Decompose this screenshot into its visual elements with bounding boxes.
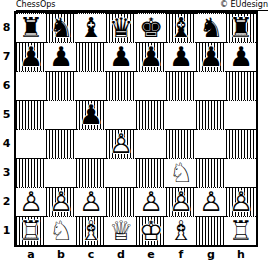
header: ChessOps © EUdesign [16,0,268,11]
file-label-c: c [76,248,106,262]
file-label-h: h [226,248,256,262]
square-g3[interactable] [196,158,226,187]
square-a6[interactable] [16,71,46,100]
square-c4[interactable] [76,129,106,158]
rank-label-2: 2 [0,187,13,216]
square-a2[interactable]: ♟♙ [16,187,46,216]
white-pawn[interactable]: ♙ [16,187,46,216]
black-pawn[interactable]: ♟ [226,42,256,71]
rank-label-5: 5 [0,100,13,129]
white-rook[interactable]: ♖ [16,216,46,245]
square-a5[interactable] [16,100,46,129]
square-c1[interactable]: ♝♗ [76,216,106,245]
white-pawn[interactable]: ♙ [106,129,136,158]
square-e3[interactable] [136,158,166,187]
square-b1[interactable]: ♞♘ [46,216,76,245]
square-g6[interactable] [196,71,226,100]
black-pawn[interactable]: ♟ [46,42,76,71]
square-g5[interactable] [196,100,226,129]
square-d2[interactable] [106,187,136,216]
square-h5[interactable] [226,100,256,129]
square-d7[interactable]: ♟ [106,42,136,71]
rank-label-4: 4 [0,129,13,158]
black-rook[interactable]: ♜ [226,13,256,42]
square-f1[interactable]: ♝♗ [166,216,196,245]
square-d4[interactable]: ♟♙ [106,129,136,158]
file-label-e: e [136,248,166,262]
black-pawn[interactable]: ♟ [166,42,196,71]
square-g4[interactable] [196,129,226,158]
white-king[interactable]: ♔ [136,216,166,245]
white-pawn[interactable]: ♙ [166,187,196,216]
black-pawn[interactable]: ♟ [106,42,136,71]
square-g7[interactable]: ♟ [196,42,226,71]
square-d1[interactable]: ♛♕ [106,216,136,245]
square-g1[interactable] [196,216,226,245]
square-a3[interactable] [16,158,46,187]
black-bishop[interactable]: ♝ [76,13,106,42]
square-f2[interactable]: ♟♙ [166,187,196,216]
square-c2[interactable]: ♟♙ [76,187,106,216]
file-label-b: b [46,248,76,262]
square-h4[interactable] [226,129,256,158]
square-b2[interactable]: ♟♙ [46,187,76,216]
square-h2[interactable]: ♟♙ [226,187,256,216]
square-g8[interactable]: ♞ [196,13,226,42]
square-c5[interactable]: ♟ [76,100,106,129]
square-e2[interactable]: ♟♙ [136,187,166,216]
white-knight[interactable]: ♘ [46,216,76,245]
square-a7[interactable]: ♟ [16,42,46,71]
white-pawn[interactable]: ♙ [226,187,256,216]
square-a8[interactable]: ♜ [16,13,46,42]
rank-label-3: 3 [0,158,13,187]
white-pawn[interactable]: ♙ [46,187,76,216]
square-d5[interactable] [106,100,136,129]
square-d6[interactable] [106,71,136,100]
square-f3[interactable]: ♞♘ [166,158,196,187]
black-rook[interactable]: ♜ [16,13,46,42]
white-queen[interactable]: ♕ [106,216,136,245]
white-pawn[interactable]: ♙ [136,187,166,216]
square-b5[interactable] [46,100,76,129]
black-pawn[interactable]: ♟ [76,100,106,129]
white-pawn[interactable]: ♙ [196,187,226,216]
square-g2[interactable]: ♟♙ [196,187,226,216]
rank-label-6: 6 [0,71,13,100]
black-king[interactable]: ♚ [136,13,166,42]
file-label-a: a [16,248,46,262]
black-knight[interactable]: ♞ [46,13,76,42]
square-e4[interactable] [136,129,166,158]
file-label-g: g [196,248,226,262]
black-pawn[interactable]: ♟ [196,42,226,71]
square-b4[interactable] [46,129,76,158]
square-b7[interactable]: ♟ [46,42,76,71]
chessops-window: ChessOps © EUdesign 87654321 ♜♞♝♛♚♝♞♜♟♟♟… [0,0,270,270]
square-h6[interactable] [226,71,256,100]
black-knight[interactable]: ♞ [196,13,226,42]
white-bishop[interactable]: ♗ [76,216,106,245]
white-knight[interactable]: ♘ [166,158,196,187]
app-title: ChessOps [16,0,55,10]
file-label-f: f [166,248,196,262]
square-f8[interactable]: ♝ [166,13,196,42]
square-b3[interactable] [46,158,76,187]
square-f4[interactable] [166,129,196,158]
square-h3[interactable] [226,158,256,187]
square-f5[interactable] [166,100,196,129]
square-f6[interactable] [166,71,196,100]
square-e1[interactable]: ♚♔ [136,216,166,245]
rank-labels: 87654321 [0,13,13,245]
square-h7[interactable]: ♟ [226,42,256,71]
square-e8[interactable]: ♚ [136,13,166,42]
white-bishop[interactable]: ♗ [166,216,196,245]
square-c6[interactable] [76,71,106,100]
white-rook[interactable]: ♖ [226,216,256,245]
square-e6[interactable] [136,71,166,100]
square-a1[interactable]: ♜♖ [16,216,46,245]
square-f7[interactable]: ♟ [166,42,196,71]
black-bishop[interactable]: ♝ [166,13,196,42]
file-labels: abcdefgh [16,248,256,262]
square-e5[interactable] [136,100,166,129]
black-queen[interactable]: ♛ [106,13,136,42]
square-c8[interactable]: ♝ [76,13,106,42]
square-d3[interactable] [106,158,136,187]
white-pawn[interactable]: ♙ [76,187,106,216]
square-h8[interactable]: ♜ [226,13,256,42]
square-d8[interactable]: ♛ [106,13,136,42]
square-c7[interactable] [76,42,106,71]
black-pawn[interactable]: ♟ [16,42,46,71]
rank-label-8: 8 [0,13,13,42]
square-e7[interactable]: ♟ [136,42,166,71]
rank-label-7: 7 [0,42,13,71]
square-b6[interactable] [46,71,76,100]
black-pawn[interactable]: ♟ [136,42,166,71]
square-c3[interactable] [76,158,106,187]
credit-label: © EUdesign [220,0,268,10]
rank-label-1: 1 [0,216,13,245]
square-h1[interactable]: ♜♖ [226,216,256,245]
square-b8[interactable]: ♞ [46,13,76,42]
chess-board[interactable]: ♜♞♝♛♚♝♞♜♟♟♟♟♟♟♟♟♟♙♞♘♟♙♟♙♟♙♟♙♟♙♟♙♟♙♜♖♞♘♝♗… [14,11,258,247]
square-a4[interactable] [16,129,46,158]
file-label-d: d [106,248,136,262]
